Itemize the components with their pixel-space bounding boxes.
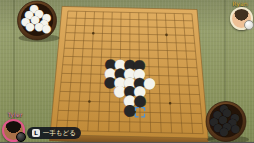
game-board-svg[interactable]: ●●●●●●●●●●●●●●●●●●●●●●●●●●●●●●●●●●●●●●●●: [0, 0, 254, 142]
black-stone-badge-icon: [16, 132, 26, 142]
game-screen: ●●●●●●●●●●●●●●●●●●●●●●●●●●●●●●●●●●●●●●●●…: [0, 0, 254, 142]
undo-button[interactable]: L 一手もどる: [27, 127, 81, 139]
l-button-icon: L: [32, 129, 40, 137]
avatar-bottom-player: [2, 119, 25, 142]
player-name-bottom: Tyler: [0, 111, 30, 118]
black-stone: ●: [123, 101, 137, 119]
svg-text:●: ●: [219, 125, 229, 138]
player-name-top: Ryan: [226, 0, 254, 7]
avatar-top-player: [230, 7, 253, 30]
black-stone-bowl: ●●●●●●●●●●●: [206, 102, 249, 143]
undo-label: 一手もどる: [43, 129, 76, 138]
board-group: ●●●●●●●●●●●●●●●●●●●: [49, 6, 212, 142]
white-stone-badge-icon: [244, 20, 254, 30]
white-stone-bowl: ●●●●●●●●●●: [18, 1, 60, 42]
svg-text:●: ●: [231, 122, 241, 135]
svg-text:●: ●: [42, 22, 52, 35]
